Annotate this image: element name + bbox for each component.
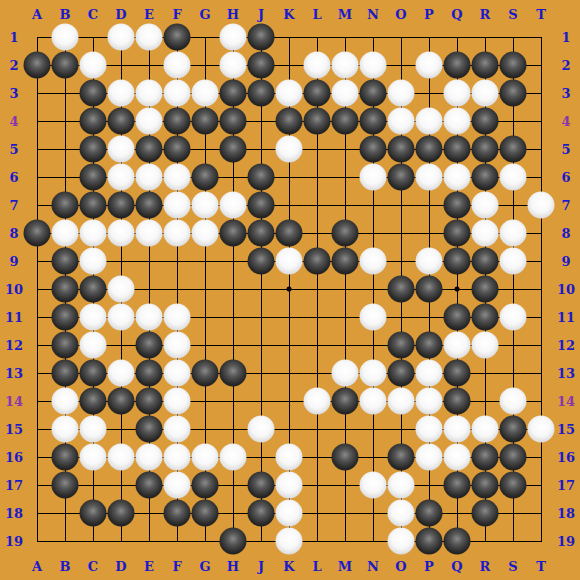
col-label-F-bottom: F (172, 560, 181, 573)
row-label-2-right: 2 (561, 59, 570, 72)
row-label-14-right: 14 (557, 395, 575, 408)
stone-white-O19[interactable] (388, 528, 415, 555)
stone-black-M14[interactable] (332, 388, 359, 415)
stone-black-Q13[interactable] (444, 360, 471, 387)
row-label-17-left: 17 (5, 479, 23, 492)
col-label-P-top: P (424, 8, 434, 21)
stone-white-K19[interactable] (276, 528, 303, 555)
stone-white-R15[interactable] (472, 416, 499, 443)
stone-black-C6[interactable] (80, 164, 107, 191)
stone-black-S3[interactable] (500, 80, 527, 107)
stone-white-R12[interactable] (472, 332, 499, 359)
stone-black-Q17[interactable] (444, 472, 471, 499)
stone-white-N17[interactable] (360, 472, 387, 499)
col-label-B-bottom: B (60, 560, 71, 573)
stone-white-D6[interactable] (108, 164, 135, 191)
stone-black-D18[interactable] (108, 500, 135, 527)
row-label-18-right: 18 (557, 507, 575, 520)
row-label-2-left: 2 (9, 59, 18, 72)
stone-white-E4[interactable] (136, 108, 163, 135)
stone-black-S16[interactable] (500, 444, 527, 471)
stone-white-B1[interactable] (52, 24, 79, 51)
stone-black-L9[interactable] (304, 248, 331, 275)
stone-black-M8[interactable] (332, 220, 359, 247)
stone-white-P6[interactable] (416, 164, 443, 191)
stone-white-M13[interactable] (332, 360, 359, 387)
col-label-D-bottom: D (115, 560, 126, 573)
stone-black-D14[interactable] (108, 388, 135, 415)
col-label-J-top: J (258, 8, 264, 21)
stone-black-J1[interactable] (248, 24, 275, 51)
stone-black-G17[interactable] (192, 472, 219, 499)
col-label-O-top: O (395, 8, 406, 21)
stone-black-E12[interactable] (136, 332, 163, 359)
row-label-11-left: 11 (5, 311, 23, 324)
row-label-5-left: 5 (9, 143, 18, 156)
stone-black-O6[interactable] (388, 164, 415, 191)
stone-black-S15[interactable] (500, 416, 527, 443)
col-label-D-top: D (115, 8, 126, 21)
col-label-G-top: G (199, 8, 210, 21)
stone-white-F8[interactable] (164, 220, 191, 247)
stone-white-O17[interactable] (388, 472, 415, 499)
stone-white-M2[interactable] (332, 52, 359, 79)
stone-black-P12[interactable] (416, 332, 443, 359)
stone-white-H1[interactable] (220, 24, 247, 51)
stone-white-P15[interactable] (416, 416, 443, 443)
stone-black-P5[interactable] (416, 136, 443, 163)
stone-black-B10[interactable] (52, 276, 79, 303)
row-label-10-left: 10 (5, 283, 23, 296)
stone-white-C12[interactable] (80, 332, 107, 359)
stone-black-C10[interactable] (80, 276, 107, 303)
stone-black-J2[interactable] (248, 52, 275, 79)
stone-white-P13[interactable] (416, 360, 443, 387)
stone-black-L4[interactable] (304, 108, 331, 135)
stone-black-D4[interactable] (108, 108, 135, 135)
stone-black-R17[interactable] (472, 472, 499, 499)
row-label-15-left: 15 (5, 423, 23, 436)
stone-white-F6[interactable] (164, 164, 191, 191)
stone-white-B14[interactable] (52, 388, 79, 415)
stone-black-E14[interactable] (136, 388, 163, 415)
stone-black-O12[interactable] (388, 332, 415, 359)
stone-black-M9[interactable] (332, 248, 359, 275)
stone-white-F11[interactable] (164, 304, 191, 331)
stone-white-K5[interactable] (276, 136, 303, 163)
stone-black-J7[interactable] (248, 192, 275, 219)
row-label-4-left: 4 (9, 115, 18, 128)
stone-white-F16[interactable] (164, 444, 191, 471)
row-label-3-left: 3 (9, 87, 18, 100)
stone-black-Q2[interactable] (444, 52, 471, 79)
stone-white-G3[interactable] (192, 80, 219, 107)
stone-white-T15[interactable] (528, 416, 555, 443)
stone-black-G13[interactable] (192, 360, 219, 387)
stone-white-K9[interactable] (276, 248, 303, 275)
stone-white-D1[interactable] (108, 24, 135, 51)
stone-white-S9[interactable] (500, 248, 527, 275)
stone-black-O13[interactable] (388, 360, 415, 387)
stone-black-B11[interactable] (52, 304, 79, 331)
stone-white-Q4[interactable] (444, 108, 471, 135)
star-point-Q10 (455, 287, 460, 292)
stone-white-Q15[interactable] (444, 416, 471, 443)
stone-black-Q8[interactable] (444, 220, 471, 247)
col-label-N-top: N (367, 8, 379, 21)
row-label-7-right: 7 (561, 199, 570, 212)
stone-black-C4[interactable] (80, 108, 107, 135)
stone-black-E13[interactable] (136, 360, 163, 387)
stone-white-D3[interactable] (108, 80, 135, 107)
stone-white-G16[interactable] (192, 444, 219, 471)
stone-black-H8[interactable] (220, 220, 247, 247)
col-label-M-bottom: M (338, 560, 352, 573)
stone-white-R3[interactable] (472, 80, 499, 107)
stone-black-J6[interactable] (248, 164, 275, 191)
stone-black-B12[interactable] (52, 332, 79, 359)
stone-black-O5[interactable] (388, 136, 415, 163)
stone-black-C7[interactable] (80, 192, 107, 219)
stone-black-R2[interactable] (472, 52, 499, 79)
stone-black-C3[interactable] (80, 80, 107, 107)
stone-white-L14[interactable] (304, 388, 331, 415)
stone-black-G4[interactable] (192, 108, 219, 135)
stone-black-R5[interactable] (472, 136, 499, 163)
stone-white-C8[interactable] (80, 220, 107, 247)
stone-white-G8[interactable] (192, 220, 219, 247)
stone-black-G6[interactable] (192, 164, 219, 191)
stone-white-C16[interactable] (80, 444, 107, 471)
stone-black-P10[interactable] (416, 276, 443, 303)
stone-white-D13[interactable] (108, 360, 135, 387)
stone-black-K8[interactable] (276, 220, 303, 247)
col-label-Q-top: Q (451, 8, 462, 21)
stone-white-O14[interactable] (388, 388, 415, 415)
stone-black-Q5[interactable] (444, 136, 471, 163)
stone-black-F1[interactable] (164, 24, 191, 51)
col-label-E-top: E (144, 8, 154, 21)
stone-black-N4[interactable] (360, 108, 387, 135)
stone-black-E17[interactable] (136, 472, 163, 499)
stone-white-C9[interactable] (80, 248, 107, 275)
stone-white-K17[interactable] (276, 472, 303, 499)
stone-black-J17[interactable] (248, 472, 275, 499)
stone-black-J18[interactable] (248, 500, 275, 527)
stone-black-D7[interactable] (108, 192, 135, 219)
col-label-Q-bottom: Q (451, 560, 462, 573)
stone-white-G7[interactable] (192, 192, 219, 219)
stone-black-P18[interactable] (416, 500, 443, 527)
col-label-K-bottom: K (283, 560, 294, 573)
col-label-C-top: C (88, 8, 98, 21)
stone-white-B8[interactable] (52, 220, 79, 247)
stone-black-B13[interactable] (52, 360, 79, 387)
stone-white-Q6[interactable] (444, 164, 471, 191)
stone-black-Q9[interactable] (444, 248, 471, 275)
col-label-P-bottom: P (424, 560, 434, 573)
stone-white-F2[interactable] (164, 52, 191, 79)
stone-white-L2[interactable] (304, 52, 331, 79)
row-label-16-left: 16 (5, 451, 23, 464)
stone-white-J15[interactable] (248, 416, 275, 443)
stone-black-J9[interactable] (248, 248, 275, 275)
stone-white-R8[interactable] (472, 220, 499, 247)
row-label-4-right: 4 (561, 115, 570, 128)
row-label-19-left: 19 (5, 535, 23, 548)
stone-white-Q16[interactable] (444, 444, 471, 471)
stone-black-A2[interactable] (24, 52, 51, 79)
stone-black-B2[interactable] (52, 52, 79, 79)
row-label-6-right: 6 (561, 171, 570, 184)
stone-black-O10[interactable] (388, 276, 415, 303)
row-label-9-right: 9 (561, 255, 570, 268)
stone-white-C2[interactable] (80, 52, 107, 79)
stone-white-N11[interactable] (360, 304, 387, 331)
stone-white-T7[interactable] (528, 192, 555, 219)
row-label-3-right: 3 (561, 87, 570, 100)
stone-black-N3[interactable] (360, 80, 387, 107)
col-label-M-top: M (338, 8, 352, 21)
col-label-J-bottom: J (258, 560, 264, 573)
row-label-13-right: 13 (557, 367, 575, 380)
row-label-8-right: 8 (561, 227, 570, 240)
stone-black-B9[interactable] (52, 248, 79, 275)
stone-white-S6[interactable] (500, 164, 527, 191)
stone-black-J8[interactable] (248, 220, 275, 247)
stone-black-Q7[interactable] (444, 192, 471, 219)
row-label-10-right: 10 (557, 283, 575, 296)
stone-white-P9[interactable] (416, 248, 443, 275)
stone-black-L3[interactable] (304, 80, 331, 107)
stone-white-D5[interactable] (108, 136, 135, 163)
stone-white-E16[interactable] (136, 444, 163, 471)
stone-black-F5[interactable] (164, 136, 191, 163)
stone-white-Q12[interactable] (444, 332, 471, 359)
stone-white-P4[interactable] (416, 108, 443, 135)
stone-black-F18[interactable] (164, 500, 191, 527)
stone-black-H3[interactable] (220, 80, 247, 107)
stone-white-S11[interactable] (500, 304, 527, 331)
stone-white-D16[interactable] (108, 444, 135, 471)
stone-black-B7[interactable] (52, 192, 79, 219)
stone-black-H13[interactable] (220, 360, 247, 387)
stone-black-H5[interactable] (220, 136, 247, 163)
stone-black-A8[interactable] (24, 220, 51, 247)
row-label-18-left: 18 (5, 507, 23, 520)
stone-white-N9[interactable] (360, 248, 387, 275)
row-label-5-right: 5 (561, 143, 570, 156)
stone-white-O18[interactable] (388, 500, 415, 527)
col-label-R-top: R (480, 8, 491, 21)
col-label-A-top: A (32, 8, 42, 21)
stone-white-Q3[interactable] (444, 80, 471, 107)
col-label-E-bottom: E (144, 560, 154, 573)
stone-black-F4[interactable] (164, 108, 191, 135)
row-label-15-right: 15 (557, 423, 575, 436)
row-label-11-right: 11 (557, 311, 575, 324)
col-label-S-top: S (508, 8, 517, 21)
stone-white-P16[interactable] (416, 444, 443, 471)
row-label-12-right: 12 (557, 339, 575, 352)
stone-black-Q19[interactable] (444, 528, 471, 555)
stone-black-B16[interactable] (52, 444, 79, 471)
grid-vline-T (541, 37, 542, 542)
col-label-N-bottom: N (367, 560, 379, 573)
star-point-K10 (287, 287, 292, 292)
row-label-12-left: 12 (5, 339, 23, 352)
stone-black-S17[interactable] (500, 472, 527, 499)
stone-white-E6[interactable] (136, 164, 163, 191)
col-label-B-top: B (60, 8, 71, 21)
stone-black-R11[interactable] (472, 304, 499, 331)
col-label-A-bottom: A (32, 560, 42, 573)
stone-black-S5[interactable] (500, 136, 527, 163)
stone-white-K3[interactable] (276, 80, 303, 107)
stone-white-F14[interactable] (164, 388, 191, 415)
stone-black-C18[interactable] (80, 500, 107, 527)
stone-white-S8[interactable] (500, 220, 527, 247)
col-label-G-bottom: G (199, 560, 210, 573)
stone-black-R10[interactable] (472, 276, 499, 303)
col-label-O-bottom: O (395, 560, 406, 573)
stone-black-N5[interactable] (360, 136, 387, 163)
stone-white-K16[interactable] (276, 444, 303, 471)
col-label-H-bottom: H (227, 560, 239, 573)
stone-white-F13[interactable] (164, 360, 191, 387)
stone-white-N2[interactable] (360, 52, 387, 79)
stone-black-R6[interactable] (472, 164, 499, 191)
stone-white-H2[interactable] (220, 52, 247, 79)
row-label-9-left: 9 (9, 255, 18, 268)
row-label-1-left: 1 (9, 31, 18, 44)
stone-white-S14[interactable] (500, 388, 527, 415)
col-label-F-top: F (172, 8, 181, 21)
stone-black-E5[interactable] (136, 136, 163, 163)
stone-white-C11[interactable] (80, 304, 107, 331)
stone-white-H16[interactable] (220, 444, 247, 471)
row-label-8-left: 8 (9, 227, 18, 240)
col-label-K-top: K (283, 8, 294, 21)
stone-white-D10[interactable] (108, 276, 135, 303)
stone-white-R7[interactable] (472, 192, 499, 219)
stone-black-R18[interactable] (472, 500, 499, 527)
stone-black-C5[interactable] (80, 136, 107, 163)
stone-white-E1[interactable] (136, 24, 163, 51)
stone-white-F15[interactable] (164, 416, 191, 443)
stone-white-D8[interactable] (108, 220, 135, 247)
stone-black-M4[interactable] (332, 108, 359, 135)
row-label-13-left: 13 (5, 367, 23, 380)
stone-black-Q14[interactable] (444, 388, 471, 415)
stone-white-E11[interactable] (136, 304, 163, 331)
stone-white-N6[interactable] (360, 164, 387, 191)
row-label-16-right: 16 (557, 451, 575, 464)
col-label-L-top: L (312, 8, 321, 21)
stone-white-H7[interactable] (220, 192, 247, 219)
stone-white-C15[interactable] (80, 416, 107, 443)
col-label-C-bottom: C (88, 560, 98, 573)
stone-black-B17[interactable] (52, 472, 79, 499)
stone-black-R4[interactable] (472, 108, 499, 135)
stone-white-N13[interactable] (360, 360, 387, 387)
stone-white-F7[interactable] (164, 192, 191, 219)
stone-black-E15[interactable] (136, 416, 163, 443)
stone-white-K18[interactable] (276, 500, 303, 527)
col-label-S-bottom: S (508, 560, 517, 573)
stone-black-C13[interactable] (80, 360, 107, 387)
stone-black-H19[interactable] (220, 528, 247, 555)
stone-white-E8[interactable] (136, 220, 163, 247)
stone-black-K4[interactable] (276, 108, 303, 135)
stone-black-R9[interactable] (472, 248, 499, 275)
stone-white-O3[interactable] (388, 80, 415, 107)
stone-black-S2[interactable] (500, 52, 527, 79)
row-label-1-right: 1 (561, 31, 570, 44)
row-label-7-left: 7 (9, 199, 18, 212)
stone-black-P19[interactable] (416, 528, 443, 555)
col-label-T-top: T (536, 8, 546, 21)
stone-black-G18[interactable] (192, 500, 219, 527)
col-label-T-bottom: T (536, 560, 546, 573)
stone-white-P14[interactable] (416, 388, 443, 415)
stone-black-O16[interactable] (388, 444, 415, 471)
row-label-6-left: 6 (9, 171, 18, 184)
col-label-H-top: H (227, 8, 239, 21)
stone-black-Q11[interactable] (444, 304, 471, 331)
stone-black-J3[interactable] (248, 80, 275, 107)
stone-white-B15[interactable] (52, 416, 79, 443)
go-board[interactable]: AABBCCDDEEFFGGHHJJKKLLMMNNOOPPQQRRSSTT11… (0, 0, 580, 580)
stone-white-F3[interactable] (164, 80, 191, 107)
stone-white-M3[interactable] (332, 80, 359, 107)
stone-white-P2[interactable] (416, 52, 443, 79)
stone-black-M16[interactable] (332, 444, 359, 471)
stone-black-H4[interactable] (220, 108, 247, 135)
col-label-R-bottom: R (480, 560, 491, 573)
stone-black-E7[interactable] (136, 192, 163, 219)
stone-white-F17[interactable] (164, 472, 191, 499)
row-label-17-right: 17 (557, 479, 575, 492)
stone-white-N14[interactable] (360, 388, 387, 415)
row-label-14-left: 14 (5, 395, 23, 408)
col-label-L-bottom: L (312, 560, 321, 573)
stone-white-D11[interactable] (108, 304, 135, 331)
stone-white-O4[interactable] (388, 108, 415, 135)
stone-black-C14[interactable] (80, 388, 107, 415)
stone-white-E3[interactable] (136, 80, 163, 107)
row-label-19-right: 19 (557, 535, 575, 548)
stone-white-F12[interactable] (164, 332, 191, 359)
stone-black-R16[interactable] (472, 444, 499, 471)
